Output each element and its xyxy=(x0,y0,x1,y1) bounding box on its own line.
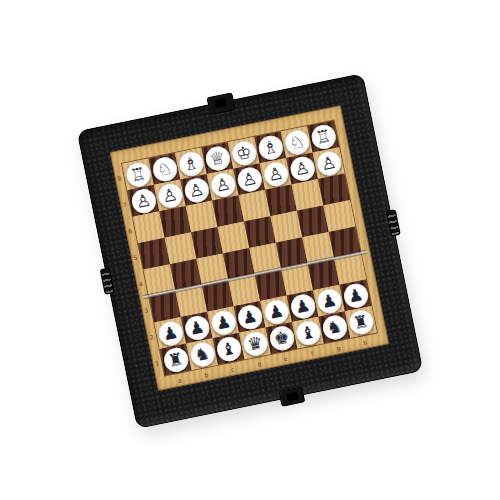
piece-glyph: ♙ xyxy=(319,149,339,176)
piece-bB-f1: ♝ xyxy=(294,318,322,346)
piece-wK-e8: ♔ xyxy=(230,139,258,167)
piece-wB-c8: ♗ xyxy=(177,149,205,177)
piece-glyph: ♟ xyxy=(240,303,260,330)
piece-wQ-d8: ♕ xyxy=(203,144,231,172)
piece-bP-e2: ♟ xyxy=(262,297,290,325)
piece-glyph: ♟ xyxy=(213,309,233,336)
piece-bP-a2: ♟ xyxy=(156,319,184,347)
piece-glyph: ♜ xyxy=(166,346,186,373)
piece-glyph: ♜ xyxy=(351,308,371,335)
piece-bR-a1: ♜ xyxy=(161,345,189,373)
piece-wN-b8: ♘ xyxy=(150,155,178,183)
piece-glyph: ♙ xyxy=(213,171,233,198)
square-h1: ♜ xyxy=(345,306,377,338)
piece-glyph: ♖ xyxy=(313,123,333,150)
piece-glyph: ♟ xyxy=(266,298,286,325)
piece-glyph: ♝ xyxy=(298,319,318,346)
piece-bP-f2: ♟ xyxy=(288,292,316,320)
piece-bB-c1: ♝ xyxy=(214,335,242,363)
piece-wP-e7: ♙ xyxy=(235,165,263,193)
piece-glyph: ♙ xyxy=(160,182,180,209)
piece-wR-h8: ♖ xyxy=(309,122,337,150)
piece-glyph: ♞ xyxy=(324,313,344,340)
piece-bR-h1: ♜ xyxy=(347,308,375,336)
piece-wN-g8: ♘ xyxy=(283,128,311,156)
bottom-latch-slot xyxy=(286,391,298,401)
piece-bP-h2: ♟ xyxy=(341,281,369,309)
piece-glyph: ♟ xyxy=(319,287,339,314)
piece-glyph: ♟ xyxy=(293,292,313,319)
piece-wR-a8: ♖ xyxy=(124,160,152,188)
piece-wP-d7: ♙ xyxy=(209,170,237,198)
piece-glyph: ♙ xyxy=(186,176,206,203)
chess-board: ♖♘♗♕♔♗♘♖♙♙♙♙♙♙♙♙♟♟♟♟♟♟♟♟♜♞♝♛♚♝♞♜ xyxy=(122,121,377,376)
piece-glyph: ♗ xyxy=(181,150,201,177)
piece-wP-g7: ♙ xyxy=(288,154,316,182)
top-latch xyxy=(207,92,236,115)
piece-glyph: ♙ xyxy=(266,160,286,187)
piece-glyph: ♚ xyxy=(272,324,292,351)
bottom-latch xyxy=(279,386,306,406)
piece-wP-b7: ♙ xyxy=(156,181,184,209)
piece-bN-b1: ♞ xyxy=(188,340,216,368)
piece-bP-g2: ♟ xyxy=(315,287,343,315)
piece-glyph: ♖ xyxy=(128,161,148,188)
top-latch-slot xyxy=(215,98,227,108)
product-photo: 87654321 abcdefgh ♖♘♗♕♔♗♘♖♙♙♙♙♙♙♙♙♟♟♟♟♟♟… xyxy=(0,0,500,500)
piece-wP-h7: ♙ xyxy=(314,149,342,177)
piece-glyph: ♟ xyxy=(160,319,180,346)
piece-glyph: ♙ xyxy=(133,187,153,214)
piece-bP-c2: ♟ xyxy=(209,308,237,336)
left-hinge xyxy=(101,269,114,294)
piece-glyph: ♛ xyxy=(245,330,265,357)
piece-glyph: ♘ xyxy=(154,155,174,182)
piece-bP-d2: ♟ xyxy=(235,303,263,331)
piece-bP-b2: ♟ xyxy=(183,314,211,342)
piece-glyph: ♘ xyxy=(287,128,307,155)
chess-set: 87654321 abcdefgh ♖♘♗♕♔♗♘♖♙♙♙♙♙♙♙♙♟♟♟♟♟♟… xyxy=(77,73,424,429)
piece-wP-c7: ♙ xyxy=(182,176,210,204)
piece-wB-f8: ♗ xyxy=(256,133,284,161)
piece-glyph: ♗ xyxy=(260,134,280,161)
piece-glyph: ♕ xyxy=(207,144,227,171)
piece-glyph: ♞ xyxy=(192,340,212,367)
piece-glyph: ♔ xyxy=(234,139,254,166)
piece-bN-g1: ♞ xyxy=(320,313,348,341)
piece-glyph: ♟ xyxy=(345,282,365,309)
piece-bK-e1: ♚ xyxy=(267,324,295,352)
piece-glyph: ♙ xyxy=(292,155,312,182)
right-hinge xyxy=(387,210,400,235)
piece-bQ-d1: ♛ xyxy=(241,329,269,357)
piece-glyph: ♟ xyxy=(187,314,207,341)
piece-glyph: ♝ xyxy=(219,335,239,362)
piece-wP-f7: ♙ xyxy=(261,160,289,188)
piece-glyph: ♙ xyxy=(239,165,259,192)
board-face: 87654321 abcdefgh ♖♘♗♕♔♗♘♖♙♙♙♙♙♙♙♙♟♟♟♟♟♟… xyxy=(109,105,389,391)
piece-wP-a7: ♙ xyxy=(129,187,157,215)
